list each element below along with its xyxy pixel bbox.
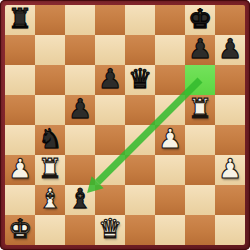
square-f3[interactable] xyxy=(155,155,185,185)
square-g7[interactable]: ♟ xyxy=(185,35,215,65)
square-a5[interactable] xyxy=(5,95,35,125)
square-h1[interactable] xyxy=(215,215,245,245)
square-h3[interactable]: ♟ xyxy=(215,155,245,185)
square-g8[interactable]: ♚ xyxy=(185,5,215,35)
square-a7[interactable] xyxy=(5,35,35,65)
piece-black-pawn[interactable]: ♟ xyxy=(68,94,92,124)
square-d8[interactable] xyxy=(95,5,125,35)
square-g4[interactable] xyxy=(185,125,215,155)
square-b4[interactable]: ♞ xyxy=(35,125,65,155)
square-a1[interactable]: ♚ xyxy=(5,215,35,245)
square-b5[interactable] xyxy=(35,95,65,125)
piece-white-bishop[interactable]: ♝ xyxy=(38,184,62,214)
square-b6[interactable] xyxy=(35,65,65,95)
square-g3[interactable] xyxy=(185,155,215,185)
square-f5[interactable] xyxy=(155,95,185,125)
square-e7[interactable] xyxy=(125,35,155,65)
square-c3[interactable] xyxy=(65,155,95,185)
square-h6[interactable] xyxy=(215,65,245,95)
square-g1[interactable] xyxy=(185,215,215,245)
square-b2[interactable]: ♝ xyxy=(35,185,65,215)
piece-black-knight[interactable]: ♞ xyxy=(38,124,62,154)
square-e1[interactable] xyxy=(125,215,155,245)
piece-white-king[interactable]: ♚ xyxy=(8,214,32,244)
piece-white-queen[interactable]: ♛ xyxy=(98,214,122,244)
square-c1[interactable] xyxy=(65,215,95,245)
square-f7[interactable] xyxy=(155,35,185,65)
chess-board: ♜♚♟♟♟♛♟♜♞♟♟♜♟♝♝♚♛ xyxy=(5,5,245,245)
square-g6[interactable] xyxy=(185,65,215,95)
square-g2[interactable] xyxy=(185,185,215,215)
square-c2[interactable]: ♝ xyxy=(65,185,95,215)
square-c4[interactable] xyxy=(65,125,95,155)
square-c7[interactable] xyxy=(65,35,95,65)
square-d1[interactable]: ♛ xyxy=(95,215,125,245)
square-b1[interactable] xyxy=(35,215,65,245)
square-b3[interactable]: ♜ xyxy=(35,155,65,185)
chess-board-frame: ♜♚♟♟♟♛♟♜♞♟♟♜♟♝♝♚♛ xyxy=(0,0,250,250)
piece-black-bishop[interactable]: ♝ xyxy=(68,184,92,214)
square-h7[interactable]: ♟ xyxy=(215,35,245,65)
square-h4[interactable] xyxy=(215,125,245,155)
piece-black-king[interactable]: ♚ xyxy=(188,5,212,34)
square-f6[interactable] xyxy=(155,65,185,95)
square-h2[interactable] xyxy=(215,185,245,215)
square-e6[interactable]: ♛ xyxy=(125,65,155,95)
square-d2[interactable] xyxy=(95,185,125,215)
piece-white-rook[interactable]: ♜ xyxy=(188,94,212,124)
square-a8[interactable]: ♜ xyxy=(5,5,35,35)
square-e5[interactable] xyxy=(125,95,155,125)
square-c5[interactable]: ♟ xyxy=(65,95,95,125)
square-c8[interactable] xyxy=(65,5,95,35)
square-b8[interactable] xyxy=(35,5,65,35)
piece-white-pawn[interactable]: ♟ xyxy=(8,154,32,184)
piece-white-rook[interactable]: ♜ xyxy=(38,154,62,184)
square-d5[interactable] xyxy=(95,95,125,125)
piece-black-pawn[interactable]: ♟ xyxy=(218,34,242,64)
piece-white-pawn[interactable]: ♟ xyxy=(158,124,182,154)
square-h8[interactable] xyxy=(215,5,245,35)
square-e2[interactable] xyxy=(125,185,155,215)
square-f1[interactable] xyxy=(155,215,185,245)
square-a2[interactable] xyxy=(5,185,35,215)
square-c6[interactable] xyxy=(65,65,95,95)
square-d6[interactable]: ♟ xyxy=(95,65,125,95)
square-b7[interactable] xyxy=(35,35,65,65)
square-d3[interactable] xyxy=(95,155,125,185)
square-a6[interactable] xyxy=(5,65,35,95)
square-a4[interactable] xyxy=(5,125,35,155)
square-a3[interactable]: ♟ xyxy=(5,155,35,185)
square-d7[interactable] xyxy=(95,35,125,65)
square-f8[interactable] xyxy=(155,5,185,35)
piece-black-rook[interactable]: ♜ xyxy=(8,5,32,34)
piece-black-queen[interactable]: ♛ xyxy=(128,64,152,94)
piece-black-pawn[interactable]: ♟ xyxy=(98,64,122,94)
piece-black-pawn[interactable]: ♟ xyxy=(188,34,212,64)
square-e3[interactable] xyxy=(125,155,155,185)
square-f4[interactable]: ♟ xyxy=(155,125,185,155)
square-h5[interactable] xyxy=(215,95,245,125)
square-f2[interactable] xyxy=(155,185,185,215)
piece-white-pawn[interactable]: ♟ xyxy=(218,154,242,184)
square-e8[interactable] xyxy=(125,5,155,35)
square-e4[interactable] xyxy=(125,125,155,155)
square-g5[interactable]: ♜ xyxy=(185,95,215,125)
square-d4[interactable] xyxy=(95,125,125,155)
